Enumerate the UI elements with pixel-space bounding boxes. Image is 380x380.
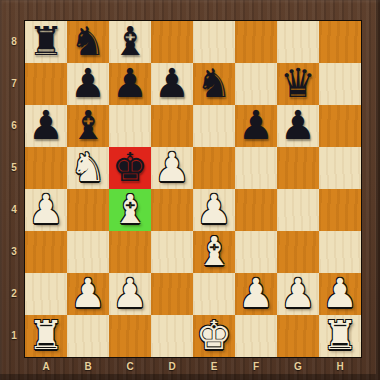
piece-black-knight[interactable]: ♞ — [196, 63, 232, 103]
square-b2[interactable]: ♟ — [67, 273, 109, 315]
square-h7[interactable] — [319, 63, 361, 105]
square-h8[interactable] — [319, 21, 361, 63]
piece-white-rook[interactable]: ♜ — [28, 315, 64, 355]
piece-black-pawn[interactable]: ♟ — [280, 105, 316, 145]
square-h3[interactable] — [319, 231, 361, 273]
piece-black-pawn[interactable]: ♟ — [28, 105, 64, 145]
square-f1[interactable] — [235, 315, 277, 357]
square-e1[interactable]: ♚ — [193, 315, 235, 357]
square-e4[interactable]: ♟ — [193, 189, 235, 231]
piece-white-pawn[interactable]: ♟ — [238, 273, 274, 313]
square-b7[interactable]: ♟ — [67, 63, 109, 105]
square-a1[interactable]: ♜ — [25, 315, 67, 357]
square-a7[interactable] — [25, 63, 67, 105]
square-h6[interactable] — [319, 105, 361, 147]
square-g3[interactable] — [277, 231, 319, 273]
piece-white-rook[interactable]: ♜ — [322, 315, 358, 355]
square-e8[interactable] — [193, 21, 235, 63]
rank-label-2: 2 — [4, 288, 24, 299]
square-f3[interactable] — [235, 231, 277, 273]
square-f4[interactable] — [235, 189, 277, 231]
piece-black-rook[interactable]: ♜ — [28, 21, 64, 61]
file-label-a: A — [36, 361, 56, 372]
file-label-b: B — [78, 361, 98, 372]
square-c2[interactable]: ♟ — [109, 273, 151, 315]
square-f2[interactable]: ♟ — [235, 273, 277, 315]
square-a5[interactable] — [25, 147, 67, 189]
square-c8[interactable]: ♝ — [109, 21, 151, 63]
piece-white-pawn[interactable]: ♟ — [322, 273, 358, 313]
square-c1[interactable] — [109, 315, 151, 357]
square-b6[interactable]: ♝ — [67, 105, 109, 147]
square-d1[interactable] — [151, 315, 193, 357]
rank-label-7: 7 — [4, 78, 24, 89]
piece-white-king[interactable]: ♚ — [196, 315, 232, 355]
rank-label-3: 3 — [4, 246, 24, 257]
square-e6[interactable] — [193, 105, 235, 147]
chess-board: ♜♞♝♟♟♟♞♛♟♝♟♟♞♚♟♟♝♟♝♟♟♟♟♟♜♚♜ — [24, 20, 362, 358]
piece-white-pawn[interactable]: ♟ — [28, 189, 64, 229]
piece-black-pawn[interactable]: ♟ — [112, 63, 148, 103]
square-g5[interactable] — [277, 147, 319, 189]
square-c4[interactable]: ♝ — [109, 189, 151, 231]
square-a6[interactable]: ♟ — [25, 105, 67, 147]
square-a3[interactable] — [25, 231, 67, 273]
square-a8[interactable]: ♜ — [25, 21, 67, 63]
square-f5[interactable] — [235, 147, 277, 189]
square-g2[interactable]: ♟ — [277, 273, 319, 315]
square-d2[interactable] — [151, 273, 193, 315]
square-h5[interactable] — [319, 147, 361, 189]
piece-black-pawn[interactable]: ♟ — [154, 63, 190, 103]
square-b4[interactable] — [67, 189, 109, 231]
square-e7[interactable]: ♞ — [193, 63, 235, 105]
piece-white-pawn[interactable]: ♟ — [70, 273, 106, 313]
piece-black-pawn[interactable]: ♟ — [70, 63, 106, 103]
rank-label-5: 5 — [4, 162, 24, 173]
file-label-c: C — [120, 361, 140, 372]
square-h1[interactable]: ♜ — [319, 315, 361, 357]
square-e2[interactable] — [193, 273, 235, 315]
rank-label-6: 6 — [4, 120, 24, 131]
square-e5[interactable] — [193, 147, 235, 189]
board-frame: ♜♞♝♟♟♟♞♛♟♝♟♟♞♚♟♟♝♟♝♟♟♟♟♟♜♚♜ 87654321ABCD… — [0, 0, 380, 380]
square-b8[interactable]: ♞ — [67, 21, 109, 63]
piece-black-bishop[interactable]: ♝ — [112, 21, 148, 61]
square-d4[interactable] — [151, 189, 193, 231]
piece-black-queen[interactable]: ♛ — [280, 63, 316, 103]
square-g8[interactable] — [277, 21, 319, 63]
square-g7[interactable]: ♛ — [277, 63, 319, 105]
square-c3[interactable] — [109, 231, 151, 273]
piece-white-pawn[interactable]: ♟ — [154, 147, 190, 187]
square-d7[interactable]: ♟ — [151, 63, 193, 105]
square-f7[interactable] — [235, 63, 277, 105]
square-b3[interactable] — [67, 231, 109, 273]
square-h2[interactable]: ♟ — [319, 273, 361, 315]
piece-white-bishop[interactable]: ♝ — [112, 189, 148, 229]
square-c6[interactable] — [109, 105, 151, 147]
square-c7[interactable]: ♟ — [109, 63, 151, 105]
file-label-d: D — [162, 361, 182, 372]
file-label-f: F — [246, 361, 266, 372]
square-g6[interactable]: ♟ — [277, 105, 319, 147]
square-c5[interactable]: ♚ — [109, 147, 151, 189]
piece-white-pawn[interactable]: ♟ — [112, 273, 148, 313]
square-d5[interactable]: ♟ — [151, 147, 193, 189]
file-label-g: G — [288, 361, 308, 372]
square-b5[interactable]: ♞ — [67, 147, 109, 189]
square-b1[interactable] — [67, 315, 109, 357]
piece-black-pawn[interactable]: ♟ — [238, 105, 274, 145]
square-d6[interactable] — [151, 105, 193, 147]
piece-white-bishop[interactable]: ♝ — [196, 231, 232, 271]
square-a4[interactable]: ♟ — [25, 189, 67, 231]
square-d8[interactable] — [151, 21, 193, 63]
square-a2[interactable] — [25, 273, 67, 315]
piece-white-knight[interactable]: ♞ — [70, 147, 106, 187]
square-f6[interactable]: ♟ — [235, 105, 277, 147]
file-label-e: E — [204, 361, 224, 372]
rank-label-8: 8 — [4, 36, 24, 47]
square-h4[interactable] — [319, 189, 361, 231]
piece-black-bishop[interactable]: ♝ — [70, 105, 106, 145]
rank-label-1: 1 — [4, 330, 24, 341]
square-d3[interactable] — [151, 231, 193, 273]
file-label-h: H — [330, 361, 350, 372]
square-g1[interactable] — [277, 315, 319, 357]
piece-white-pawn[interactable]: ♟ — [280, 273, 316, 313]
piece-black-king[interactable]: ♚ — [112, 147, 148, 187]
square-e3[interactable]: ♝ — [193, 231, 235, 273]
square-f8[interactable] — [235, 21, 277, 63]
rank-label-4: 4 — [4, 204, 24, 215]
piece-white-pawn[interactable]: ♟ — [196, 189, 232, 229]
square-g4[interactable] — [277, 189, 319, 231]
piece-black-knight[interactable]: ♞ — [70, 21, 106, 61]
